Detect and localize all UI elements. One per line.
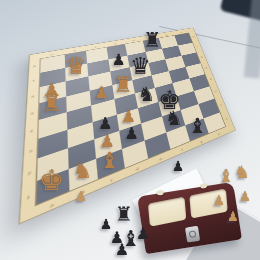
coordinate-label: f: [150, 36, 152, 38]
scene: aabbccddeeffgghh1122334455667788 ♚♞♝♟♟♜♟…: [0, 0, 260, 260]
coordinate-label: 4: [30, 129, 34, 134]
coordinate-label: c: [110, 176, 113, 182]
clock-face-right: [189, 189, 227, 219]
coordinate-label: f: [181, 147, 183, 151]
coordinate-label: 6: [31, 94, 34, 98]
coordinate-label: e: [159, 156, 162, 161]
coordinate-label: h: [180, 31, 182, 33]
coordinate-label: 1: [26, 193, 30, 200]
coordinate-label: g: [165, 33, 167, 35]
coordinate-label: b: [81, 188, 85, 195]
coordinate-label: 2: [219, 103, 222, 107]
clock-face-left: [148, 197, 186, 227]
coordinate-label: 2: [27, 170, 31, 176]
coordinate-label: 5: [31, 111, 34, 116]
coordinate-label: 1: [225, 116, 228, 120]
coordinate-label: a: [50, 201, 54, 208]
coordinate-label: 8: [192, 36, 194, 38]
coordinate-label: h: [217, 131, 220, 135]
coordinate-label: 8: [33, 64, 36, 68]
coordinate-label: d: [114, 42, 117, 45]
clock-button-right[interactable]: [200, 183, 208, 189]
coordinate-label: b: [73, 48, 76, 51]
coordinate-label: a: [51, 52, 54, 55]
coordinate-label: c: [94, 45, 96, 48]
coordinate-label: 3: [29, 148, 33, 154]
clock-brand-badge: [184, 226, 199, 243]
coordinate-label: d: [135, 165, 139, 171]
coordinate-label: 3: [214, 90, 217, 93]
coordinate-label: 7: [196, 45, 198, 48]
coordinate-label: 6: [200, 55, 203, 58]
coordinate-label: 4: [209, 78, 212, 81]
clock-button-left[interactable]: [156, 190, 164, 196]
coordinate-label: 5: [205, 66, 208, 69]
coordinate-label: g: [199, 139, 202, 144]
coordinate-label: 7: [32, 79, 35, 83]
coordinate-label: e: [132, 39, 134, 42]
